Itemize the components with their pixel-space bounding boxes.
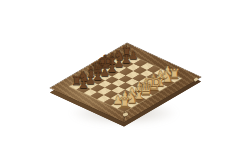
piece-white-rook: ♜	[118, 96, 131, 110]
product-photo: ♜♞♝♛♚♝♞♜♟♟♟♟♟♟♟♟♟♟♟♟♟♟♟♟♜♞♝♛♚♝♞♜	[0, 0, 240, 150]
piece-black-pawn: ♟	[78, 79, 88, 90]
